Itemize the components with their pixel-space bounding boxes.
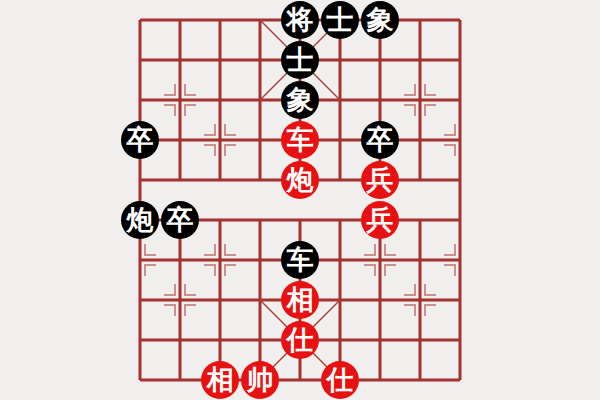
piece-red-elephant[interactable]: 相	[281, 281, 319, 319]
piece-black-chariot[interactable]: 车	[281, 241, 319, 279]
piece-red-advisor[interactable]: 仕	[321, 361, 359, 399]
piece-red-soldier[interactable]: 兵	[361, 201, 399, 239]
piece-black-elephant[interactable]: 象	[361, 1, 399, 39]
piece-red-cannon[interactable]: 炮	[281, 161, 319, 199]
piece-red-soldier[interactable]: 兵	[361, 161, 399, 199]
piece-black-advisor[interactable]: 士	[281, 41, 319, 79]
piece-black-general[interactable]: 将	[281, 1, 319, 39]
piece-black-elephant[interactable]: 象	[281, 81, 319, 119]
xiangqi-board[interactable]: 将士象士象卒车卒炮兵炮卒兵车相仕相帅仕	[120, 0, 480, 400]
piece-black-soldier[interactable]: 卒	[161, 201, 199, 239]
piece-black-soldier[interactable]: 卒	[361, 121, 399, 159]
piece-black-cannon[interactable]: 炮	[121, 201, 159, 239]
piece-red-advisor[interactable]: 仕	[281, 321, 319, 359]
xiangqi-screen: 将士象士象卒车卒炮兵炮卒兵车相仕相帅仕	[0, 0, 600, 400]
piece-red-elephant[interactable]: 相	[201, 361, 239, 399]
piece-red-chariot[interactable]: 车	[281, 121, 319, 159]
piece-red-general[interactable]: 帅	[241, 361, 279, 399]
piece-black-soldier[interactable]: 卒	[121, 121, 159, 159]
piece-black-advisor[interactable]: 士	[321, 1, 359, 39]
